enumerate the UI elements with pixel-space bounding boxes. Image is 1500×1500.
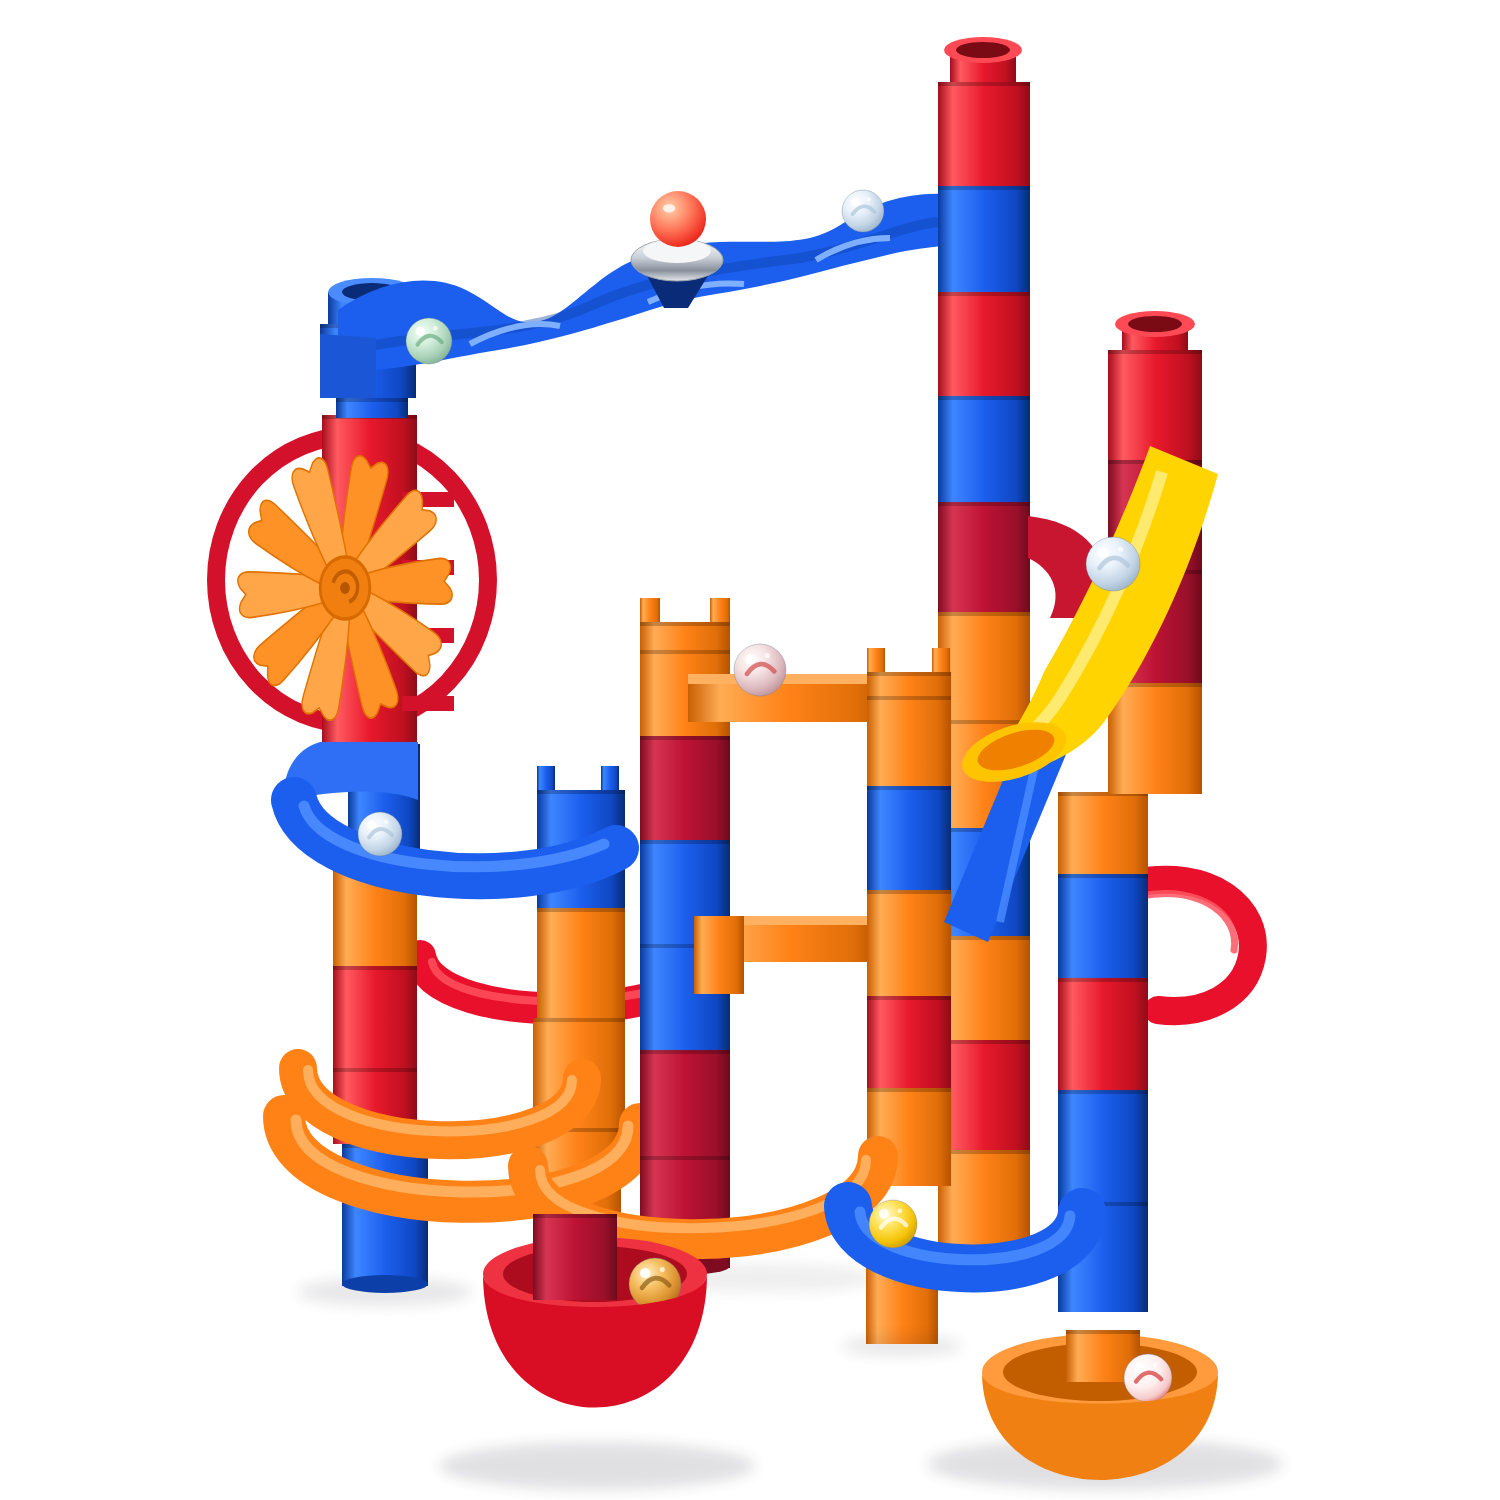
left-tower-neck <box>336 398 408 418</box>
right-tower-cap-hole <box>1128 316 1182 332</box>
right-tower-red1 <box>1058 978 1148 1090</box>
center-tower-seg-orange3 <box>938 936 1030 1040</box>
wheel-frame-bar <box>402 696 454 711</box>
floor-shadow-center <box>439 1442 755 1490</box>
right-tower-orange2 <box>1108 683 1202 794</box>
marble-in-blue-bowl <box>358 812 402 856</box>
marble-on-bridge <box>734 644 786 696</box>
center-tower-seg-blue1 <box>938 186 1030 292</box>
bridge-right-blue <box>867 786 951 890</box>
marble-run-scene <box>0 0 1500 1500</box>
center-tower-seg-red1 <box>938 82 1030 186</box>
center-tower-seg-red2 <box>938 292 1030 396</box>
center-tower-seg-blue2 <box>938 396 1030 502</box>
center-tower-seg-crimson <box>938 502 1030 612</box>
left-cup-front-lip <box>320 334 376 398</box>
bridge-right-prong <box>932 648 950 676</box>
bridge-left-cup <box>640 622 730 650</box>
bridge-right-cup <box>867 672 951 696</box>
lower-arm-stub <box>694 916 744 994</box>
marble-run-product-photo <box>0 0 1500 1500</box>
center-tower-seg-orange1 <box>938 612 1030 720</box>
marble-on-slide <box>1086 537 1140 591</box>
center-tower-seg-red3 <box>938 1040 1030 1150</box>
bridge-right-prong <box>867 648 885 676</box>
marble-in-blue-dish <box>869 1200 917 1248</box>
left-base-foot <box>342 1275 428 1293</box>
bridge-left-crimson <box>640 736 730 840</box>
bridge-right-red <box>867 996 951 1088</box>
marble-at-left-cup <box>406 318 452 364</box>
mid-tower-dish-stub <box>533 1214 617 1300</box>
right-tower-orange1 <box>1058 792 1148 874</box>
left-tower-red3 <box>333 966 417 1068</box>
marble-on-wavy-track <box>842 190 884 232</box>
bridge-right-orange2 <box>867 890 951 996</box>
right-tower-blue1 <box>1058 874 1148 978</box>
mid-tower-prong <box>537 766 555 794</box>
bridge-right-orange1 <box>867 696 951 786</box>
center-tower-cap-hole <box>956 42 1010 58</box>
bridge-track-top <box>688 674 888 684</box>
red-ball-on-spinner <box>650 191 706 247</box>
mid-tower-prong <box>601 766 619 794</box>
bridge-left-crimson2 <box>640 1050 730 1156</box>
marble-in-orange-dish <box>1124 1354 1172 1402</box>
floor-shadow-blue-dish <box>842 1336 962 1356</box>
right-tower-blue2 <box>1058 1090 1148 1202</box>
right-tower-red-collar <box>1108 350 1202 460</box>
mid-tower-orange1 <box>537 908 625 1018</box>
